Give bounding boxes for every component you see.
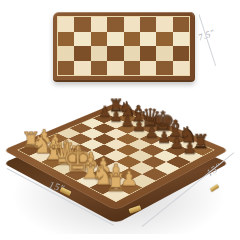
- folded-board-square: [140, 32, 156, 47]
- folded-board-square: [74, 61, 90, 76]
- folded-board-square: [74, 17, 90, 32]
- folded-board-square: [91, 32, 107, 47]
- folded-board-square: [140, 46, 156, 61]
- folded-board-square: [156, 32, 172, 47]
- folded-board-square: [58, 32, 74, 47]
- folded-board-square: [107, 61, 123, 76]
- folded-board-square: [173, 61, 189, 76]
- folded-height-label: 7.5″: [197, 27, 216, 42]
- folded-board-square: [140, 17, 156, 32]
- folded-board-square: [156, 17, 172, 32]
- folded-board-square: [74, 32, 90, 47]
- folded-board-square: [173, 32, 189, 47]
- folded-board-square: [156, 61, 172, 76]
- folded-board-square: [124, 32, 140, 47]
- folded-board-square: [124, 61, 140, 76]
- folded-board-square: [107, 46, 123, 61]
- folded-board-square: [74, 46, 90, 61]
- folded-board-square: [58, 17, 74, 32]
- folded-board-square: [107, 32, 123, 47]
- folded-board-square: [58, 46, 74, 61]
- folded-board-square: [91, 61, 107, 76]
- folded-board-square: [124, 17, 140, 32]
- folded-board-squares: [57, 16, 190, 76]
- folded-board-square: [107, 17, 123, 32]
- piece-white-rook-h1[interactable]: ♜: [105, 171, 127, 195]
- folded-board-square: [124, 46, 140, 61]
- folded-board-square: [91, 17, 107, 32]
- folded-board-square: [173, 46, 189, 61]
- folded-board-square: [140, 61, 156, 76]
- piece-black-pawn-h7[interactable]: ♟: [183, 141, 198, 157]
- folded-board-square: [173, 17, 189, 32]
- folded-chess-board: [53, 12, 195, 82]
- product-photo: 7.5″ ♜♞♝♛♚♝♞♜♟♟♟♟♟♟♟♟♟♟♟♟♟♟♟♟♜♞♝♛♚♝♞♜ 15…: [0, 0, 240, 240]
- folded-board-square: [91, 46, 107, 61]
- folded-board-square: [58, 61, 74, 76]
- folded-board-square: [156, 46, 172, 61]
